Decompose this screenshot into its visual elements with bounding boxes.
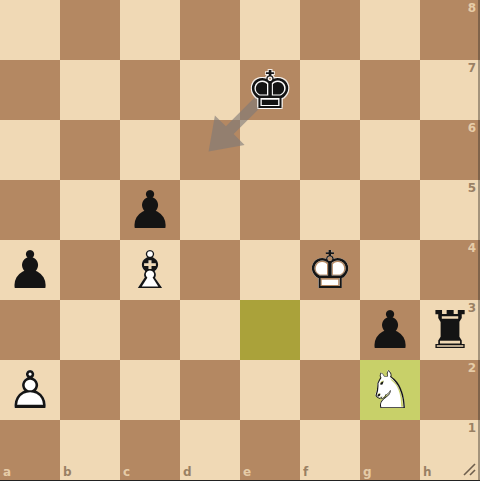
file-label-c: c: [123, 466, 130, 478]
file-label-g: g: [363, 466, 372, 478]
rank-label-6: 6: [468, 122, 476, 134]
pawn-outline-glyph: ♙: [0, 360, 60, 420]
square-g7[interactable]: [360, 60, 420, 120]
square-g4[interactable]: [360, 240, 420, 300]
file-label-f: f: [303, 466, 308, 478]
rank-label-1: 1: [468, 422, 476, 434]
file-label-h: h: [423, 466, 432, 478]
square-b8[interactable]: [60, 0, 120, 60]
black-pawn-a4[interactable]: ♟: [0, 240, 60, 300]
square-h5[interactable]: 5: [420, 180, 480, 240]
square-f6[interactable]: [300, 120, 360, 180]
square-d8[interactable]: [180, 0, 240, 60]
pawn-glyph: ♟: [120, 180, 180, 240]
file-label-d: d: [183, 466, 192, 478]
rank-label-5: 5: [468, 182, 476, 194]
square-e3[interactable]: [240, 300, 300, 360]
square-e5[interactable]: [240, 180, 300, 240]
square-g8[interactable]: [360, 0, 420, 60]
square-c8[interactable]: [120, 0, 180, 60]
square-e6[interactable]: [240, 120, 300, 180]
square-c2[interactable]: [120, 360, 180, 420]
square-b5[interactable]: [60, 180, 120, 240]
file-label-e: e: [243, 466, 251, 478]
square-c1[interactable]: c: [120, 420, 180, 480]
square-e1[interactable]: e: [240, 420, 300, 480]
square-b2[interactable]: [60, 360, 120, 420]
square-c7[interactable]: [120, 60, 180, 120]
square-c3[interactable]: [120, 300, 180, 360]
square-a1[interactable]: a: [0, 420, 60, 480]
square-h7[interactable]: 7: [420, 60, 480, 120]
square-e2[interactable]: [240, 360, 300, 420]
square-d4[interactable]: [180, 240, 240, 300]
square-a7[interactable]: [0, 60, 60, 120]
white-king-f4[interactable]: ♚♔: [300, 240, 360, 300]
square-b7[interactable]: [60, 60, 120, 120]
square-f1[interactable]: f: [300, 420, 360, 480]
file-label-a: a: [3, 466, 11, 478]
rank-label-8: 8: [468, 2, 476, 14]
square-f8[interactable]: [300, 0, 360, 60]
square-h6[interactable]: 6: [420, 120, 480, 180]
square-d7[interactable]: [180, 60, 240, 120]
rank-label-7: 7: [468, 62, 476, 74]
king-outline-glyph: ♔: [300, 240, 360, 300]
square-h4[interactable]: 4: [420, 240, 480, 300]
king-glyph: ♚: [240, 60, 300, 120]
square-b4[interactable]: [60, 240, 120, 300]
square-e8[interactable]: [240, 0, 300, 60]
square-b1[interactable]: b: [60, 420, 120, 480]
rank-label-2: 2: [468, 362, 476, 374]
square-g5[interactable]: [360, 180, 420, 240]
square-d2[interactable]: [180, 360, 240, 420]
square-g1[interactable]: g: [360, 420, 420, 480]
square-a6[interactable]: [0, 120, 60, 180]
square-d1[interactable]: d: [180, 420, 240, 480]
pawn-glyph: ♟: [360, 300, 420, 360]
square-a5[interactable]: [0, 180, 60, 240]
square-f7[interactable]: [300, 60, 360, 120]
square-c6[interactable]: [120, 120, 180, 180]
white-pawn-a2[interactable]: ♟♙: [0, 360, 60, 420]
square-d3[interactable]: [180, 300, 240, 360]
black-king-e7[interactable]: ♚: [240, 60, 300, 120]
square-d5[interactable]: [180, 180, 240, 240]
square-d6[interactable]: [180, 120, 240, 180]
square-h2[interactable]: 2: [420, 360, 480, 420]
square-e4[interactable]: [240, 240, 300, 300]
black-pawn-c5[interactable]: ♟: [120, 180, 180, 240]
black-rook-h3[interactable]: ♜: [420, 300, 480, 360]
square-f3[interactable]: [300, 300, 360, 360]
square-g6[interactable]: [360, 120, 420, 180]
pawn-glyph: ♟: [0, 240, 60, 300]
rank-label-4: 4: [468, 242, 476, 254]
resize-handle[interactable]: [461, 461, 477, 477]
file-label-b: b: [63, 466, 72, 478]
square-a8[interactable]: [0, 0, 60, 60]
square-b6[interactable]: [60, 120, 120, 180]
square-a3[interactable]: [0, 300, 60, 360]
bishop-outline-glyph: ♗: [120, 240, 180, 300]
square-h8[interactable]: 8: [420, 0, 480, 60]
white-knight-g2[interactable]: ♞♘: [360, 360, 420, 420]
square-b3[interactable]: [60, 300, 120, 360]
chess-board-app: 8765432abcdefgh1 ♚♟♟♝♗♚♔♟♜♟♙♞♘: [0, 0, 480, 481]
white-bishop-c4[interactable]: ♝♗: [120, 240, 180, 300]
square-f5[interactable]: [300, 180, 360, 240]
square-f2[interactable]: [300, 360, 360, 420]
black-pawn-g3[interactable]: ♟: [360, 300, 420, 360]
rook-glyph: ♜: [420, 300, 480, 360]
knight-outline-glyph: ♘: [360, 360, 420, 420]
